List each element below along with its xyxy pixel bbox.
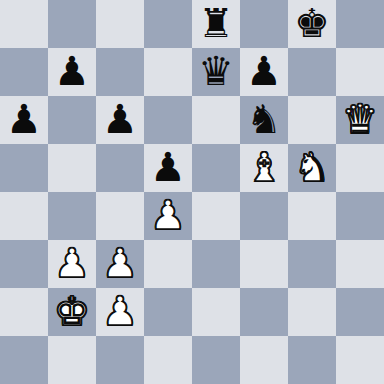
square-b3[interactable]: ♟ — [48, 240, 96, 288]
square-h1[interactable] — [336, 336, 384, 384]
piece-black-queen[interactable]: ♛ — [198, 47, 234, 95]
square-g7[interactable] — [288, 48, 336, 96]
square-b2[interactable]: ♚ — [48, 288, 96, 336]
square-d2[interactable] — [144, 288, 192, 336]
square-c8[interactable] — [96, 0, 144, 48]
square-a1[interactable] — [0, 336, 48, 384]
square-e2[interactable] — [192, 288, 240, 336]
square-d7[interactable] — [144, 48, 192, 96]
square-g4[interactable] — [288, 192, 336, 240]
square-e3[interactable] — [192, 240, 240, 288]
piece-white-pawn[interactable]: ♟ — [54, 239, 90, 287]
square-a8[interactable] — [0, 0, 48, 48]
square-h6[interactable]: ♛ — [336, 96, 384, 144]
square-g6[interactable] — [288, 96, 336, 144]
square-h7[interactable] — [336, 48, 384, 96]
square-h4[interactable] — [336, 192, 384, 240]
square-b8[interactable] — [48, 0, 96, 48]
piece-black-pawn[interactable]: ♟ — [150, 143, 186, 191]
square-c6[interactable]: ♟ — [96, 96, 144, 144]
square-f7[interactable]: ♟ — [240, 48, 288, 96]
square-c2[interactable]: ♟ — [96, 288, 144, 336]
piece-white-knight[interactable]: ♞ — [294, 143, 330, 191]
square-e4[interactable] — [192, 192, 240, 240]
square-h5[interactable] — [336, 144, 384, 192]
square-f5[interactable]: ♝ — [240, 144, 288, 192]
square-g8[interactable]: ♚ — [288, 0, 336, 48]
square-a7[interactable] — [0, 48, 48, 96]
piece-white-king[interactable]: ♚ — [54, 287, 90, 335]
square-a3[interactable] — [0, 240, 48, 288]
square-b1[interactable] — [48, 336, 96, 384]
square-f6[interactable]: ♞ — [240, 96, 288, 144]
square-h3[interactable] — [336, 240, 384, 288]
square-f8[interactable] — [240, 0, 288, 48]
piece-black-rook[interactable]: ♜ — [198, 0, 234, 47]
square-d3[interactable] — [144, 240, 192, 288]
square-e8[interactable]: ♜ — [192, 0, 240, 48]
square-c3[interactable]: ♟ — [96, 240, 144, 288]
square-b5[interactable] — [48, 144, 96, 192]
square-f1[interactable] — [240, 336, 288, 384]
piece-white-queen[interactable]: ♛ — [342, 95, 378, 143]
square-a5[interactable] — [0, 144, 48, 192]
piece-white-pawn[interactable]: ♟ — [102, 239, 138, 287]
square-f4[interactable] — [240, 192, 288, 240]
square-b6[interactable] — [48, 96, 96, 144]
square-d1[interactable] — [144, 336, 192, 384]
piece-black-king[interactable]: ♚ — [294, 0, 330, 47]
square-c1[interactable] — [96, 336, 144, 384]
square-a4[interactable] — [0, 192, 48, 240]
square-d6[interactable] — [144, 96, 192, 144]
square-g2[interactable] — [288, 288, 336, 336]
square-d8[interactable] — [144, 0, 192, 48]
square-a6[interactable]: ♟ — [0, 96, 48, 144]
square-d5[interactable]: ♟ — [144, 144, 192, 192]
square-b4[interactable] — [48, 192, 96, 240]
square-a2[interactable] — [0, 288, 48, 336]
chess-board: ♜♚♟♛♟♟♟♞♛♟♝♞♟♟♟♚♟ — [0, 0, 384, 384]
square-h2[interactable] — [336, 288, 384, 336]
square-f2[interactable] — [240, 288, 288, 336]
piece-white-pawn[interactable]: ♟ — [102, 287, 138, 335]
square-d4[interactable]: ♟ — [144, 192, 192, 240]
square-g1[interactable] — [288, 336, 336, 384]
square-b7[interactable]: ♟ — [48, 48, 96, 96]
square-e5[interactable] — [192, 144, 240, 192]
square-c4[interactable] — [96, 192, 144, 240]
square-f3[interactable] — [240, 240, 288, 288]
piece-black-pawn[interactable]: ♟ — [102, 95, 138, 143]
square-e7[interactable]: ♛ — [192, 48, 240, 96]
square-g5[interactable]: ♞ — [288, 144, 336, 192]
piece-white-bishop[interactable]: ♝ — [246, 143, 282, 191]
square-c5[interactable] — [96, 144, 144, 192]
piece-black-pawn[interactable]: ♟ — [246, 47, 282, 95]
square-e6[interactable] — [192, 96, 240, 144]
piece-black-knight[interactable]: ♞ — [246, 95, 282, 143]
square-e1[interactable] — [192, 336, 240, 384]
square-h8[interactable] — [336, 0, 384, 48]
piece-white-pawn[interactable]: ♟ — [150, 191, 186, 239]
square-c7[interactable] — [96, 48, 144, 96]
square-g3[interactable] — [288, 240, 336, 288]
piece-black-pawn[interactable]: ♟ — [54, 47, 90, 95]
piece-black-pawn[interactable]: ♟ — [6, 95, 42, 143]
